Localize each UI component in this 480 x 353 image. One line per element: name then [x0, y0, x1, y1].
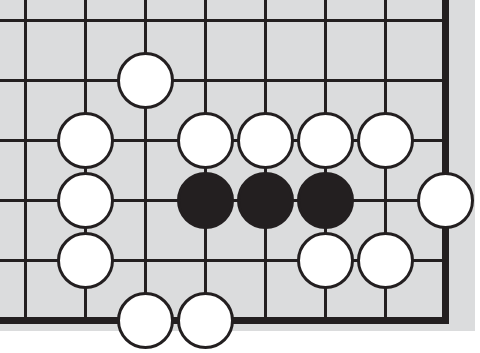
board-intersection — [415, 50, 475, 110]
white-stone — [417, 172, 474, 229]
board-intersection — [0, 290, 55, 350]
board-intersection — [115, 50, 175, 110]
board-intersection — [0, 110, 55, 170]
board-intersection — [115, 170, 175, 230]
board-intersection — [115, 290, 175, 350]
white-stone — [57, 172, 114, 229]
board-intersection — [415, 0, 475, 50]
board-intersection — [355, 230, 415, 290]
white-stone — [297, 112, 354, 169]
board-intersection — [355, 0, 415, 50]
board-intersection — [55, 0, 115, 50]
white-stone — [357, 232, 414, 289]
board-intersection — [55, 230, 115, 290]
black-stone — [237, 172, 294, 229]
black-stone — [177, 172, 234, 229]
white-stone — [117, 52, 174, 109]
white-stone — [57, 112, 114, 169]
black-stone — [297, 172, 354, 229]
board-intersection — [295, 110, 355, 170]
board-intersection — [175, 110, 235, 170]
white-stone — [177, 292, 234, 349]
white-stone — [297, 232, 354, 289]
diagram-page — [0, 0, 480, 353]
board-intersection — [415, 290, 475, 350]
board-intersection — [175, 50, 235, 110]
board-intersection — [355, 170, 415, 230]
board-intersection — [175, 230, 235, 290]
board-intersection — [115, 110, 175, 170]
board-intersection — [115, 0, 175, 50]
board-intersection — [175, 0, 235, 50]
board-intersection — [115, 230, 175, 290]
board-intersection — [355, 290, 415, 350]
board-intersection — [175, 170, 235, 230]
stones-layer — [0, 0, 475, 350]
board-intersection — [235, 0, 295, 50]
board-intersection — [355, 110, 415, 170]
board-intersection — [0, 50, 55, 110]
board-intersection — [295, 0, 355, 50]
board-intersection — [295, 230, 355, 290]
white-stone — [57, 232, 114, 289]
go-board — [0, 0, 475, 331]
board-intersection — [235, 290, 295, 350]
board-intersection — [295, 290, 355, 350]
board-intersection — [415, 170, 475, 230]
white-stone — [357, 112, 414, 169]
board-intersection — [415, 230, 475, 290]
white-stone — [237, 112, 294, 169]
board-intersection — [295, 50, 355, 110]
board-intersection — [415, 110, 475, 170]
board-intersection — [175, 290, 235, 350]
board-intersection — [55, 50, 115, 110]
board-intersection — [55, 170, 115, 230]
board-intersection — [0, 170, 55, 230]
board-intersection — [355, 50, 415, 110]
white-stone — [117, 292, 174, 349]
board-intersection — [235, 50, 295, 110]
board-intersection — [0, 230, 55, 290]
board-intersection — [0, 0, 55, 50]
board-intersection — [235, 110, 295, 170]
board-intersection — [295, 170, 355, 230]
board-intersection — [235, 170, 295, 230]
board-intersection — [55, 290, 115, 350]
board-intersection — [55, 110, 115, 170]
board-intersection — [235, 230, 295, 290]
white-stone — [177, 112, 234, 169]
